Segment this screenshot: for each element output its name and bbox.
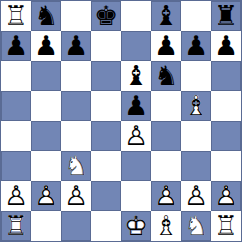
black-bishop[interactable]: ♝ xyxy=(121,61,151,91)
square-a3[interactable] xyxy=(1,151,31,181)
square-d6[interactable] xyxy=(91,61,121,91)
white-rook[interactable]: ♜♖ xyxy=(211,211,241,241)
square-a5[interactable] xyxy=(1,91,31,121)
black-king[interactable]: ♚ xyxy=(91,1,121,31)
black-piece-fill: ♟ xyxy=(211,31,241,61)
square-b7[interactable]: ♟ xyxy=(31,31,61,61)
white-piece-outline: ♙ xyxy=(61,181,91,211)
square-d2[interactable] xyxy=(91,181,121,211)
white-piece-outline: ♗ xyxy=(151,211,181,241)
square-e8[interactable] xyxy=(121,1,151,31)
white-piece-outline: ♙ xyxy=(211,181,241,211)
white-knight[interactable]: ♞♘ xyxy=(181,211,211,241)
white-knight[interactable]: ♞♘ xyxy=(61,151,91,181)
black-knight[interactable]: ♞ xyxy=(31,1,61,31)
square-d8[interactable]: ♚ xyxy=(91,1,121,31)
black-pawn[interactable]: ♟ xyxy=(211,31,241,61)
white-bishop[interactable]: ♝♗ xyxy=(181,91,211,121)
square-e3[interactable] xyxy=(121,151,151,181)
square-f1[interactable]: ♝♗ xyxy=(151,211,181,241)
white-piece-outline: ♖ xyxy=(1,1,31,31)
square-a2[interactable]: ♟♙ xyxy=(1,181,31,211)
white-pawn[interactable]: ♟♙ xyxy=(61,181,91,211)
white-piece-outline: ♙ xyxy=(31,181,61,211)
square-a6[interactable] xyxy=(1,61,31,91)
white-pawn[interactable]: ♟♙ xyxy=(1,181,31,211)
square-g1[interactable]: ♞♘ xyxy=(181,211,211,241)
square-f4[interactable] xyxy=(151,121,181,151)
white-king[interactable]: ♚♔ xyxy=(121,211,151,241)
white-pawn[interactable]: ♟♙ xyxy=(181,181,211,211)
square-c1[interactable] xyxy=(61,211,91,241)
black-piece-fill: ♚ xyxy=(91,1,121,31)
black-piece-fill: ♝ xyxy=(121,61,151,91)
black-pawn[interactable]: ♟ xyxy=(121,91,151,121)
square-f5[interactable] xyxy=(151,91,181,121)
white-pawn[interactable]: ♟♙ xyxy=(121,121,151,151)
square-b6[interactable] xyxy=(31,61,61,91)
black-piece-fill: ♟ xyxy=(121,91,151,121)
square-a4[interactable] xyxy=(1,121,31,151)
square-g2[interactable]: ♟♙ xyxy=(181,181,211,211)
black-piece-fill: ♟ xyxy=(31,31,61,61)
square-e1[interactable]: ♚♔ xyxy=(121,211,151,241)
white-rook[interactable]: ♜♖ xyxy=(1,211,31,241)
white-pawn[interactable]: ♟♙ xyxy=(31,181,61,211)
square-h3[interactable] xyxy=(211,151,241,181)
square-g3[interactable] xyxy=(181,151,211,181)
square-f7[interactable]: ♟ xyxy=(151,31,181,61)
black-piece-fill: ♝ xyxy=(151,1,181,31)
white-bishop[interactable]: ♝♗ xyxy=(151,211,181,241)
square-d4[interactable] xyxy=(91,121,121,151)
black-bishop[interactable]: ♝ xyxy=(151,1,181,31)
square-f3[interactable] xyxy=(151,151,181,181)
square-c3[interactable]: ♞♘ xyxy=(61,151,91,181)
square-a7[interactable]: ♟ xyxy=(1,31,31,61)
white-pawn[interactable]: ♟♙ xyxy=(151,181,181,211)
square-c4[interactable] xyxy=(61,121,91,151)
black-pawn[interactable]: ♟ xyxy=(31,31,61,61)
white-piece-outline: ♘ xyxy=(61,151,91,181)
black-pawn[interactable]: ♟ xyxy=(61,31,91,61)
square-h7[interactable]: ♟ xyxy=(211,31,241,61)
square-e4[interactable]: ♟♙ xyxy=(121,121,151,151)
black-pawn[interactable]: ♟ xyxy=(151,31,181,61)
black-piece-fill: ♞ xyxy=(151,61,181,91)
square-f2[interactable]: ♟♙ xyxy=(151,181,181,211)
black-knight[interactable]: ♞ xyxy=(151,61,181,91)
square-b1[interactable] xyxy=(31,211,61,241)
square-b4[interactable] xyxy=(31,121,61,151)
square-b2[interactable]: ♟♙ xyxy=(31,181,61,211)
white-piece-outline: ♗ xyxy=(181,91,211,121)
black-rook[interactable]: ♜ xyxy=(211,1,241,31)
square-c7[interactable]: ♟ xyxy=(61,31,91,61)
square-f8[interactable]: ♝ xyxy=(151,1,181,31)
square-b3[interactable] xyxy=(31,151,61,181)
square-h1[interactable]: ♜♖ xyxy=(211,211,241,241)
square-e6[interactable]: ♝ xyxy=(121,61,151,91)
black-piece-fill: ♜ xyxy=(211,1,241,31)
white-piece-outline: ♙ xyxy=(1,181,31,211)
black-piece-fill: ♟ xyxy=(151,31,181,61)
square-h8[interactable]: ♜ xyxy=(211,1,241,31)
white-piece-outline: ♖ xyxy=(211,211,241,241)
white-piece-outline: ♙ xyxy=(121,121,151,151)
square-d1[interactable] xyxy=(91,211,121,241)
white-piece-outline: ♖ xyxy=(1,211,31,241)
white-piece-outline: ♙ xyxy=(181,181,211,211)
white-piece-outline: ♙ xyxy=(151,181,181,211)
black-pawn[interactable]: ♟ xyxy=(1,31,31,61)
square-b8[interactable]: ♞ xyxy=(31,1,61,31)
square-h6[interactable] xyxy=(211,61,241,91)
square-a8[interactable]: ♜♖ xyxy=(1,1,31,31)
square-d5[interactable] xyxy=(91,91,121,121)
black-pawn[interactable]: ♟ xyxy=(181,31,211,61)
square-a1[interactable]: ♜♖ xyxy=(1,211,31,241)
square-c6[interactable] xyxy=(61,61,91,91)
square-e2[interactable] xyxy=(121,181,151,211)
square-c2[interactable]: ♟♙ xyxy=(61,181,91,211)
white-piece-outline: ♔ xyxy=(121,211,151,241)
white-rook[interactable]: ♜♖ xyxy=(1,1,31,31)
black-piece-fill: ♟ xyxy=(1,31,31,61)
square-d3[interactable] xyxy=(91,151,121,181)
square-d7[interactable] xyxy=(91,31,121,61)
square-h4[interactable] xyxy=(211,121,241,151)
square-g8[interactable] xyxy=(181,1,211,31)
white-pawn[interactable]: ♟♙ xyxy=(211,181,241,211)
black-piece-fill: ♟ xyxy=(61,31,91,61)
square-g5[interactable]: ♝♗ xyxy=(181,91,211,121)
square-b5[interactable] xyxy=(31,91,61,121)
square-f6[interactable]: ♞ xyxy=(151,61,181,91)
square-h5[interactable] xyxy=(211,91,241,121)
square-e7[interactable] xyxy=(121,31,151,61)
square-g7[interactable]: ♟ xyxy=(181,31,211,61)
black-piece-fill: ♞ xyxy=(31,1,61,31)
square-g4[interactable] xyxy=(181,121,211,151)
square-e5[interactable]: ♟ xyxy=(121,91,151,121)
black-piece-fill: ♟ xyxy=(181,31,211,61)
square-h2[interactable]: ♟♙ xyxy=(211,181,241,211)
square-g6[interactable] xyxy=(181,61,211,91)
white-piece-outline: ♘ xyxy=(181,211,211,241)
chess-board: ♜♖♞♚♝♜♟♟♟♟♟♟♝♞♟♝♗♟♙♞♘♟♙♟♙♟♙♟♙♟♙♟♙♜♖♚♔♝♗♞… xyxy=(0,0,242,242)
square-c5[interactable] xyxy=(61,91,91,121)
square-c8[interactable] xyxy=(61,1,91,31)
